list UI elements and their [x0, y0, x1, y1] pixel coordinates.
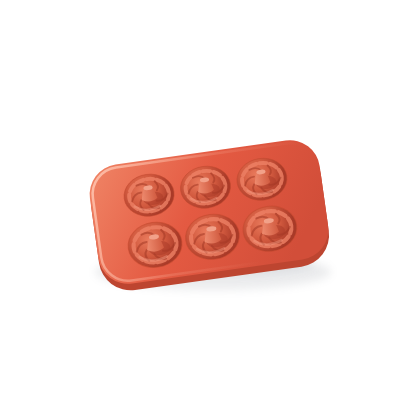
- product-photo: Overhead product photo of an empty red-o…: [0, 0, 420, 420]
- mold-scene: Overhead product photo of an empty red-o…: [0, 0, 420, 420]
